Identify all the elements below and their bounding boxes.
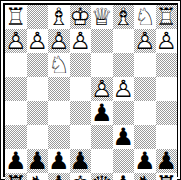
square-c7[interactable] <box>113 149 135 173</box>
piece-white-pawn: ♟♙ <box>156 29 178 53</box>
square-d8[interactable]: ♛ <box>91 173 113 180</box>
square-d6[interactable] <box>91 125 113 149</box>
square-e4[interactable] <box>70 77 92 101</box>
square-c6[interactable]: ♟ <box>113 125 135 149</box>
square-a6[interactable] <box>156 125 178 149</box>
square-h7[interactable]: ♟ <box>5 149 27 173</box>
square-e2[interactable]: ♟♙ <box>70 29 92 53</box>
square-f6[interactable] <box>48 125 70 149</box>
piece-white-queen: ♛♕ <box>91 5 113 29</box>
square-b3[interactable] <box>134 53 156 77</box>
square-f4[interactable] <box>48 77 70 101</box>
square-a2[interactable]: ♟♙ <box>156 29 178 53</box>
square-d5[interactable]: ♟ <box>91 101 113 125</box>
piece-black-pawn: ♟ <box>5 149 27 173</box>
piece-white-pawn: ♟♙ <box>70 29 92 53</box>
square-c2[interactable] <box>113 29 135 53</box>
square-h1[interactable]: ♜♖ <box>5 5 27 29</box>
square-h4[interactable] <box>5 77 27 101</box>
square-f1[interactable]: ♝♗ <box>48 5 70 29</box>
board-grid: ♜♖♝♗♚♔♛♕♝♗♞♘♜♖♟♙♟♙♟♙♟♙♟♙♟♙♞♘♟♙♟♙♟♟♟♟♟♟♟♟… <box>3 3 178 177</box>
square-c3[interactable] <box>113 53 135 77</box>
square-g2[interactable]: ♟♙ <box>27 29 49 53</box>
square-c4[interactable]: ♟♙ <box>113 77 135 101</box>
piece-black-rook: ♜ <box>5 173 27 180</box>
square-f3[interactable]: ♞♘ <box>48 53 70 77</box>
square-a7[interactable]: ♟ <box>156 149 178 173</box>
square-a4[interactable] <box>156 77 178 101</box>
piece-white-bishop: ♝♗ <box>48 5 70 29</box>
piece-white-bishop: ♝♗ <box>113 5 135 29</box>
piece-white-king: ♚♔ <box>70 5 92 29</box>
square-h2[interactable]: ♟♙ <box>5 29 27 53</box>
square-g3[interactable] <box>27 53 49 77</box>
piece-black-bishop: ♝ <box>48 173 70 180</box>
piece-black-king: ♚ <box>70 173 92 180</box>
piece-white-knight: ♞♘ <box>48 53 70 77</box>
square-e5[interactable] <box>70 101 92 125</box>
piece-white-pawn: ♟♙ <box>113 77 135 101</box>
square-g6[interactable] <box>27 125 49 149</box>
piece-white-rook: ♜♖ <box>156 5 178 29</box>
piece-black-pawn: ♟ <box>91 101 113 125</box>
square-g4[interactable] <box>27 77 49 101</box>
square-d4[interactable]: ♟♙ <box>91 77 113 101</box>
piece-white-pawn: ♟♙ <box>48 29 70 53</box>
piece-black-pawn: ♟ <box>134 149 156 173</box>
square-e3[interactable] <box>70 53 92 77</box>
square-b1[interactable]: ♞♘ <box>134 5 156 29</box>
square-b4[interactable] <box>134 77 156 101</box>
square-g7[interactable]: ♟ <box>27 149 49 173</box>
square-g1[interactable] <box>27 5 49 29</box>
square-d1[interactable]: ♛♕ <box>91 5 113 29</box>
square-b6[interactable] <box>134 125 156 149</box>
square-g5[interactable] <box>27 101 49 125</box>
square-h8[interactable]: ♜ <box>5 173 27 180</box>
square-b2[interactable]: ♟♙ <box>134 29 156 53</box>
square-g8[interactable]: ♞ <box>27 173 49 180</box>
square-e1[interactable]: ♚♔ <box>70 5 92 29</box>
square-c8[interactable]: ♝ <box>113 173 135 180</box>
square-e7[interactable]: ♟ <box>70 149 92 173</box>
piece-white-pawn: ♟♙ <box>91 77 113 101</box>
piece-black-pawn: ♟ <box>113 125 135 149</box>
square-f7[interactable]: ♟ <box>48 149 70 173</box>
square-a1[interactable]: ♜♖ <box>156 5 178 29</box>
square-b7[interactable]: ♟ <box>134 149 156 173</box>
square-a5[interactable] <box>156 101 178 125</box>
piece-black-bishop: ♝ <box>113 173 135 180</box>
square-d3[interactable] <box>91 53 113 77</box>
square-e6[interactable] <box>70 125 92 149</box>
square-h3[interactable] <box>5 53 27 77</box>
piece-black-rook: ♜ <box>156 173 178 180</box>
square-a3[interactable] <box>156 53 178 77</box>
piece-black-queen: ♛ <box>91 173 113 180</box>
piece-white-pawn: ♟♙ <box>134 29 156 53</box>
square-d7[interactable] <box>91 149 113 173</box>
square-c1[interactable]: ♝♗ <box>113 5 135 29</box>
chessboard-frame: ♜♖♝♗♚♔♛♕♝♗♞♘♜♖♟♙♟♙♟♙♟♙♟♙♟♙♞♘♟♙♟♙♟♟♟♟♟♟♟♟… <box>0 0 181 180</box>
piece-black-knight: ♞ <box>134 173 156 180</box>
square-f5[interactable] <box>48 101 70 125</box>
piece-white-pawn: ♟♙ <box>5 29 27 53</box>
square-h5[interactable] <box>5 101 27 125</box>
piece-black-pawn: ♟ <box>48 149 70 173</box>
piece-white-knight: ♞♘ <box>134 5 156 29</box>
piece-white-rook: ♜♖ <box>5 5 27 29</box>
square-d2[interactable] <box>91 29 113 53</box>
square-b8[interactable]: ♞ <box>134 173 156 180</box>
square-e8[interactable]: ♚ <box>70 173 92 180</box>
piece-black-knight: ♞ <box>27 173 49 180</box>
piece-white-pawn: ♟♙ <box>27 29 49 53</box>
square-c5[interactable] <box>113 101 135 125</box>
piece-black-pawn: ♟ <box>70 149 92 173</box>
square-b5[interactable] <box>134 101 156 125</box>
square-f2[interactable]: ♟♙ <box>48 29 70 53</box>
piece-black-pawn: ♟ <box>156 149 178 173</box>
square-h6[interactable] <box>5 125 27 149</box>
piece-black-pawn: ♟ <box>27 149 49 173</box>
square-f8[interactable]: ♝ <box>48 173 70 180</box>
square-a8[interactable]: ♜ <box>156 173 178 180</box>
